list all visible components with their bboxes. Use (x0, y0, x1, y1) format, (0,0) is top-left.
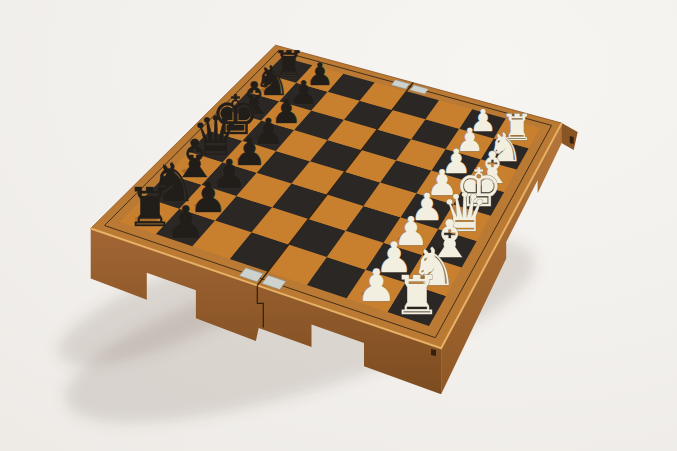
piece-white-pawn-a2: ♟ (356, 260, 396, 312)
piece-black-pawn-a7: ♟ (166, 196, 206, 249)
latch-hole-far (570, 136, 574, 144)
latch-hole-near (431, 349, 436, 356)
piece-white-rook-a1: ♜ (393, 264, 441, 327)
chess-box-photo: ♜♟♞♟♝♟♟♚♜♟♟♛♞♟♟♝♝♟♟♞♚♟♟♜♛♟♟♝♟♞♟♜ (0, 0, 677, 451)
chessboard-photo-svg: ♜♟♞♟♝♟♟♚♜♟♟♛♞♟♟♝♝♟♟♞♚♟♟♜♛♟♟♝♟♞♟♜ (0, 0, 677, 451)
